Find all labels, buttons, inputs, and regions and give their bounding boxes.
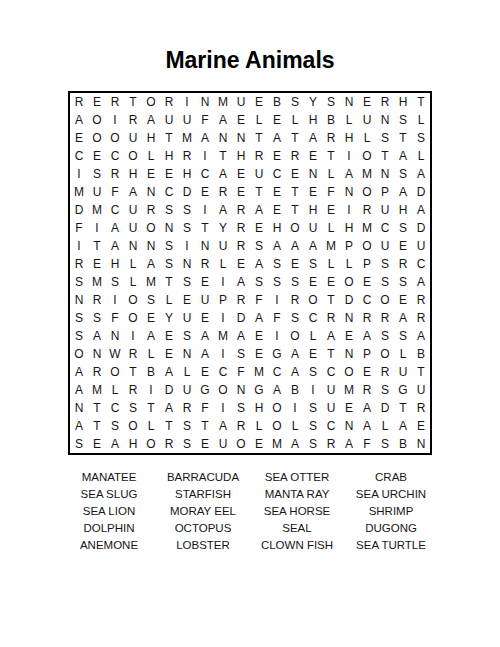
grid-cell: N: [412, 435, 430, 453]
grid-cell: S: [376, 255, 394, 273]
grid-cell: A: [250, 255, 268, 273]
grid-cell: S: [304, 255, 322, 273]
grid-cell: E: [268, 111, 286, 129]
grid-cell: L: [124, 255, 142, 273]
grid-cell: E: [70, 129, 88, 147]
grid-cell: O: [376, 291, 394, 309]
grid-cell: R: [250, 147, 268, 165]
grid-cell: P: [214, 291, 232, 309]
grid-cell: E: [394, 237, 412, 255]
grid-cell: I: [340, 201, 358, 219]
grid-cell: C: [214, 363, 232, 381]
grid-cell: R: [124, 345, 142, 363]
grid-cell: T: [394, 129, 412, 147]
grid-cell: L: [340, 111, 358, 129]
grid-cell: T: [322, 147, 340, 165]
grid-cell: O: [106, 363, 124, 381]
grid-cell: F: [106, 183, 124, 201]
grid-cell: T: [196, 219, 214, 237]
word-list-item: CLOWN FISH: [250, 537, 344, 554]
grid-cell: E: [250, 327, 268, 345]
grid-cell: U: [214, 237, 232, 255]
grid-cell: M: [358, 219, 376, 237]
grid-cell: A: [358, 399, 376, 417]
grid-cell: O: [142, 435, 160, 453]
grid-cell: S: [178, 417, 196, 435]
word-list-item: BARRACUDA: [156, 469, 250, 486]
grid-cell: E: [358, 93, 376, 111]
grid-cell: E: [268, 201, 286, 219]
grid-cell: A: [160, 363, 178, 381]
word-list-item: SEA HORSE: [250, 503, 344, 520]
word-list-item: SEA URCHIN: [344, 486, 438, 503]
grid-cell: U: [376, 201, 394, 219]
grid-cell: N: [232, 381, 250, 399]
grid-cell: N: [340, 417, 358, 435]
grid-cell: P: [340, 237, 358, 255]
grid-cell: E: [412, 417, 430, 435]
grid-cell: I: [214, 345, 232, 363]
grid-cell: I: [178, 93, 196, 111]
grid-cell: R: [106, 165, 124, 183]
grid-cell: A: [268, 237, 286, 255]
grid-cell: N: [214, 129, 232, 147]
grid-cell: L: [304, 327, 322, 345]
grid-cell: U: [358, 111, 376, 129]
grid-cell: N: [196, 237, 214, 255]
grid-cell: M: [88, 381, 106, 399]
grid-cell: E: [196, 363, 214, 381]
grid-cell: S: [304, 435, 322, 453]
grid-cell: D: [412, 183, 430, 201]
grid-cell: U: [178, 309, 196, 327]
grid-cell: L: [322, 219, 340, 237]
grid-cell: E: [286, 255, 304, 273]
grid-cell: H: [304, 201, 322, 219]
grid-cell: S: [286, 309, 304, 327]
grid-cell: O: [340, 273, 358, 291]
grid-cell: I: [214, 273, 232, 291]
grid-cell: N: [178, 345, 196, 363]
word-list-item: SEA LION: [62, 503, 156, 520]
grid-cell: T: [88, 237, 106, 255]
grid-cell: A: [394, 417, 412, 435]
grid-cell: T: [250, 129, 268, 147]
grid-cell: R: [322, 309, 340, 327]
grid-cell: R: [88, 291, 106, 309]
grid-cell: E: [250, 435, 268, 453]
grid-cell: U: [232, 93, 250, 111]
grid-cell: O: [142, 219, 160, 237]
grid-cell: I: [304, 381, 322, 399]
grid-cell: A: [70, 381, 88, 399]
grid-cell: H: [394, 201, 412, 219]
grid-cell: W: [106, 345, 124, 363]
grid-cell: U: [160, 111, 178, 129]
grid-cell: C: [322, 363, 340, 381]
grid-cell: N: [70, 291, 88, 309]
grid-cell: O: [70, 345, 88, 363]
grid-cell: N: [106, 327, 124, 345]
grid-cell: B: [268, 93, 286, 111]
grid-cell: A: [70, 363, 88, 381]
word-list-item: STARFISH: [156, 486, 250, 503]
grid-cell: L: [412, 111, 430, 129]
grid-cell: O: [124, 309, 142, 327]
word-list-item: LOBSTER: [156, 537, 250, 554]
grid-cell: C: [322, 417, 340, 435]
grid-cell: U: [250, 165, 268, 183]
grid-cell: G: [196, 381, 214, 399]
grid-cell: H: [340, 129, 358, 147]
grid-cell: S: [88, 165, 106, 183]
grid-cell: O: [106, 129, 124, 147]
grid-cell: B: [142, 363, 160, 381]
grid-cell: Y: [214, 219, 232, 237]
grid-cell: R: [322, 129, 340, 147]
grid-cell: T: [376, 147, 394, 165]
grid-cell: E: [160, 345, 178, 363]
grid-cell: L: [214, 255, 232, 273]
grid-cell: R: [232, 237, 250, 255]
grid-cell: R: [286, 291, 304, 309]
word-list-item: SEA SLUG: [62, 486, 156, 503]
word-list-item: CRAB: [344, 469, 438, 486]
grid-cell: S: [106, 417, 124, 435]
grid-cell: N: [196, 93, 214, 111]
grid-cell: S: [178, 201, 196, 219]
grid-cell: H: [142, 129, 160, 147]
word-list-item: MORAY EEL: [156, 503, 250, 520]
grid-cell: A: [322, 327, 340, 345]
grid-cell: S: [268, 255, 286, 273]
grid-cell: A: [394, 309, 412, 327]
grid-cell: T: [412, 363, 430, 381]
grid-cell: A: [70, 417, 88, 435]
grid-cell: L: [286, 111, 304, 129]
grid-cell: C: [106, 147, 124, 165]
grid-cell: E: [232, 165, 250, 183]
grid-cell: L: [124, 273, 142, 291]
word-list-item: DUGONG: [344, 520, 438, 537]
grid-cell: A: [268, 129, 286, 147]
grid-cell: S: [322, 93, 340, 111]
grid-cell: O: [88, 111, 106, 129]
grid-cell: A: [214, 417, 232, 435]
grid-cell: S: [178, 435, 196, 453]
grid-cell: A: [196, 327, 214, 345]
grid-cell: S: [376, 327, 394, 345]
grid-cell: O: [358, 183, 376, 201]
grid-cell: M: [142, 273, 160, 291]
grid-cell: O: [124, 147, 142, 165]
grid-cell: U: [196, 291, 214, 309]
grid-cell: S: [160, 255, 178, 273]
grid-cell: S: [268, 273, 286, 291]
grid-cell: N: [142, 237, 160, 255]
grid-cell: S: [304, 399, 322, 417]
grid-cell: S: [106, 273, 124, 291]
grid-cell: L: [142, 147, 160, 165]
grid-cell: C: [106, 201, 124, 219]
grid-cell: R: [232, 201, 250, 219]
grid-cell: F: [70, 219, 88, 237]
grid-cell: E: [358, 363, 376, 381]
grid-cell: N: [340, 183, 358, 201]
grid-cell: R: [142, 201, 160, 219]
grid-cell: E: [88, 255, 106, 273]
grid-cell: A: [304, 129, 322, 147]
grid-cell: A: [214, 165, 232, 183]
grid-cell: H: [232, 147, 250, 165]
grid-cell: N: [340, 93, 358, 111]
grid-cell: A: [196, 345, 214, 363]
grid-cell: R: [124, 111, 142, 129]
grid-cell: E: [304, 183, 322, 201]
grid-cell: I: [70, 237, 88, 255]
grid-cell: C: [160, 183, 178, 201]
grid-cell: E: [142, 165, 160, 183]
grid-cell: I: [196, 201, 214, 219]
grid-cell: E: [268, 147, 286, 165]
grid-cell: R: [160, 435, 178, 453]
grid-cell: M: [214, 93, 232, 111]
grid-cell: O: [124, 291, 142, 309]
grid-cell: D: [178, 183, 196, 201]
grid-cell: R: [376, 309, 394, 327]
grid-cell: D: [376, 399, 394, 417]
grid-cell: I: [340, 147, 358, 165]
grid-cell: A: [142, 111, 160, 129]
grid-cell: O: [88, 129, 106, 147]
grid-cell: T: [196, 417, 214, 435]
grid-cell: E: [250, 345, 268, 363]
grid-cell: O: [358, 237, 376, 255]
grid-cell: I: [106, 111, 124, 129]
word-list-item: MANTA RAY: [250, 486, 344, 503]
grid-cell: R: [232, 291, 250, 309]
grid-cell: U: [124, 219, 142, 237]
grid-cell: A: [412, 327, 430, 345]
word-list-item: SEA TURTLE: [344, 537, 438, 554]
word-list-item: ANEMONE: [62, 537, 156, 554]
grid-cell: S: [286, 93, 304, 111]
grid-cell: R: [106, 93, 124, 111]
grid-cell: A: [358, 327, 376, 345]
grid-cell: M: [70, 183, 88, 201]
grid-cell: M: [358, 165, 376, 183]
grid-cell: S: [394, 111, 412, 129]
grid-cell: E: [196, 309, 214, 327]
grid-cell: U: [178, 381, 196, 399]
grid-cell: E: [232, 111, 250, 129]
grid-cell: H: [178, 165, 196, 183]
grid-cell: F: [268, 309, 286, 327]
grid-cell: O: [340, 363, 358, 381]
grid-cell: S: [70, 273, 88, 291]
grid-cell: T: [160, 129, 178, 147]
grid-cell: S: [160, 201, 178, 219]
grid-cell: A: [412, 273, 430, 291]
grid-cell: T: [286, 201, 304, 219]
grid-cell: L: [322, 165, 340, 183]
grid-cell: H: [160, 147, 178, 165]
grid-cell: S: [286, 273, 304, 291]
grid-cell: E: [232, 183, 250, 201]
grid-cell: N: [178, 255, 196, 273]
grid-cell: N: [160, 219, 178, 237]
grid-cell: E: [322, 201, 340, 219]
grid-cell: I: [268, 291, 286, 309]
grid-cell: M: [268, 435, 286, 453]
grid-cell: R: [232, 219, 250, 237]
grid-cell: S: [70, 309, 88, 327]
grid-cell: S: [394, 219, 412, 237]
grid-cell: A: [394, 183, 412, 201]
grid-cell: S: [142, 291, 160, 309]
grid-cell: N: [124, 237, 142, 255]
grid-cell: N: [376, 111, 394, 129]
grid-cell: T: [250, 183, 268, 201]
grid-cell: A: [232, 327, 250, 345]
grid-cell: S: [394, 273, 412, 291]
grid-cell: R: [322, 435, 340, 453]
grid-cell: S: [70, 435, 88, 453]
grid-cell: N: [376, 165, 394, 183]
grid-cell: R: [232, 417, 250, 435]
grid-cell: E: [196, 435, 214, 453]
grid-cell: I: [214, 309, 232, 327]
grid-cell: C: [106, 399, 124, 417]
grid-cell: M: [340, 381, 358, 399]
word-search-grid: RERTORINMUEBSYSNERHTAOIRAUUFAELELHBLUNSL…: [68, 91, 432, 455]
grid-cell: A: [160, 399, 178, 417]
grid-cell: O: [376, 345, 394, 363]
grid-cell: E: [142, 309, 160, 327]
grid-cell: A: [304, 237, 322, 255]
grid-cell: C: [304, 309, 322, 327]
word-list-item: SEAL: [250, 520, 344, 537]
grid-cell: O: [286, 219, 304, 237]
grid-cell: L: [142, 345, 160, 363]
grid-cell: A: [106, 237, 124, 255]
grid-cell: S: [376, 129, 394, 147]
grid-cell: R: [358, 201, 376, 219]
grid-cell: F: [322, 183, 340, 201]
grid-cell: D: [232, 309, 250, 327]
grid-cell: U: [394, 363, 412, 381]
grid-cell: F: [196, 111, 214, 129]
grid-cell: S: [70, 327, 88, 345]
grid-cell: U: [304, 219, 322, 237]
grid-cell: C: [196, 165, 214, 183]
grid-cell: M: [214, 327, 232, 345]
grid-cell: P: [358, 345, 376, 363]
grid-cell: S: [250, 273, 268, 291]
word-list-item: SHRIMP: [344, 503, 438, 520]
grid-cell: F: [358, 435, 376, 453]
grid-cell: E: [160, 165, 178, 183]
grid-cell: A: [286, 435, 304, 453]
grid-cell: T: [322, 345, 340, 363]
grid-cell: U: [376, 237, 394, 255]
grid-cell: A: [142, 255, 160, 273]
grid-cell: A: [70, 111, 88, 129]
grid-cell: U: [214, 435, 232, 453]
grid-cell: A: [394, 147, 412, 165]
grid-cell: E: [88, 435, 106, 453]
grid-cell: E: [196, 183, 214, 201]
grid-cell: I: [88, 219, 106, 237]
grid-cell: R: [358, 381, 376, 399]
grid-cell: A: [250, 201, 268, 219]
grid-cell: T: [88, 399, 106, 417]
grid-cell: A: [214, 201, 232, 219]
word-list-item: OCTOPUS: [156, 520, 250, 537]
grid-cell: H: [268, 219, 286, 237]
grid-cell: A: [214, 111, 232, 129]
grid-cell: I: [196, 147, 214, 165]
grid-cell: S: [412, 129, 430, 147]
grid-cell: B: [394, 435, 412, 453]
grid-cell: S: [178, 273, 196, 291]
grid-cell: D: [70, 201, 88, 219]
grid-cell: L: [250, 417, 268, 435]
grid-cell: A: [358, 417, 376, 435]
grid-cell: O: [214, 381, 232, 399]
grid-cell: E: [340, 399, 358, 417]
grid-cell: U: [412, 237, 430, 255]
grid-cell: R: [376, 363, 394, 381]
grid-cell: E: [268, 183, 286, 201]
grid-cell: S: [178, 327, 196, 345]
grid-cell: A: [286, 363, 304, 381]
grid-cell: E: [304, 345, 322, 363]
grid-cell: L: [250, 111, 268, 129]
grid-cell: S: [88, 309, 106, 327]
grid-cell: U: [124, 201, 142, 219]
grid-cell: A: [286, 345, 304, 363]
grid-cell: M: [250, 363, 268, 381]
grid-cell: E: [250, 93, 268, 111]
grid-cell: E: [394, 291, 412, 309]
grid-cell: L: [106, 381, 124, 399]
grid-cell: S: [160, 237, 178, 255]
grid-cell: O: [232, 435, 250, 453]
grid-cell: M: [322, 237, 340, 255]
grid-cell: U: [124, 129, 142, 147]
grid-cell: I: [106, 291, 124, 309]
grid-cell: T: [142, 399, 160, 417]
grid-cell: I: [286, 399, 304, 417]
grid-cell: T: [160, 273, 178, 291]
grid-cell: R: [178, 147, 196, 165]
grid-cell: E: [88, 147, 106, 165]
grid-cell: R: [124, 381, 142, 399]
grid-cell: D: [340, 291, 358, 309]
grid-cell: H: [304, 111, 322, 129]
grid-cell: M: [178, 129, 196, 147]
grid-cell: E: [340, 327, 358, 345]
grid-cell: B: [322, 111, 340, 129]
grid-cell: U: [322, 399, 340, 417]
grid-cell: L: [160, 291, 178, 309]
grid-cell: S: [232, 399, 250, 417]
grid-cell: L: [376, 417, 394, 435]
grid-cell: E: [322, 273, 340, 291]
grid-cell: A: [232, 273, 250, 291]
grid-cell: E: [232, 255, 250, 273]
